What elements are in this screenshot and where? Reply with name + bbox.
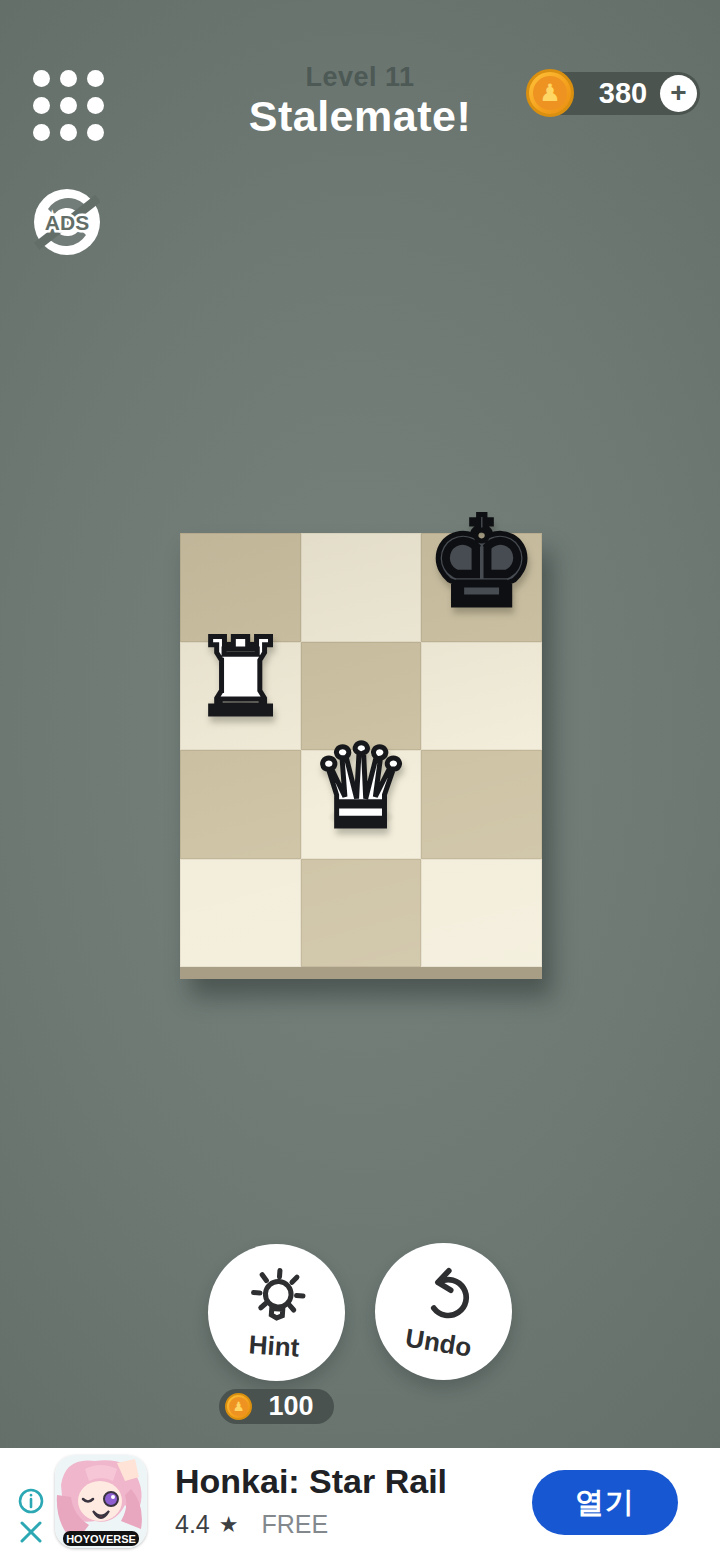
no-ads-icon: ADS (34, 189, 100, 255)
coin-count: 380 (588, 72, 658, 115)
star-icon: ★ (219, 1512, 239, 1537)
piece-white-rook[interactable]: ♜ (180, 625, 301, 731)
square-a2[interactable] (180, 750, 301, 859)
undo-arrow-icon (411, 1260, 482, 1331)
ad-rating: 4.4 (175, 1510, 210, 1539)
square-c2[interactable] (421, 750, 542, 859)
chess-board: ♚♜♛ (180, 533, 542, 979)
ad-meta: 4.4 ★ FREE (175, 1510, 328, 1539)
coin-icon: ♟ (526, 69, 574, 117)
hint-cost-pill: ♟ 100 (219, 1389, 334, 1424)
undo-button[interactable]: Undo (375, 1243, 512, 1380)
ad-open-button[interactable]: 열기 (532, 1470, 678, 1535)
coin-icon-small: ♟ (225, 1393, 252, 1420)
piece-black-king[interactable]: ♚ (421, 500, 542, 624)
square-c1[interactable] (421, 859, 542, 968)
board-bottom-edge (180, 967, 542, 979)
ad-app-icon[interactable]: HOYOVERSE (55, 1455, 147, 1548)
hint-button[interactable]: Hint (208, 1244, 345, 1381)
ad-price: FREE (262, 1510, 329, 1539)
hint-cost: 100 (246, 1391, 334, 1422)
remove-ads-button[interactable]: ADS (34, 189, 100, 255)
piece-white-queen[interactable]: ♛ (301, 730, 422, 844)
ad-info-icon[interactable] (18, 1488, 44, 1514)
svg-text:ADS: ADS (45, 211, 89, 234)
coin-counter: ♟ 380 + (540, 72, 700, 115)
square-b4[interactable] (301, 533, 422, 642)
square-c3[interactable] (421, 642, 542, 751)
coin-pawn-glyph: ♟ (533, 76, 567, 110)
add-coins-button[interactable]: + (660, 75, 697, 112)
square-b1[interactable] (301, 859, 422, 968)
square-a1[interactable] (180, 859, 301, 968)
lightbulb-icon (242, 1261, 312, 1331)
ad-close-icon[interactable] (18, 1519, 44, 1545)
svg-text:HOYOVERSE: HOYOVERSE (66, 1533, 136, 1545)
coin-pawn-glyph-small: ♟ (229, 1397, 248, 1416)
ad-banner: HOYOVERSE Honkai: Star Rail 4.4 ★ FREE 열… (0, 1448, 720, 1560)
app-screen: Level 11 Stalemate! ♟ 380 + ADS ♚♜♛ (0, 0, 720, 1560)
ad-title[interactable]: Honkai: Star Rail (175, 1462, 447, 1501)
hint-label: Hint (248, 1329, 301, 1363)
